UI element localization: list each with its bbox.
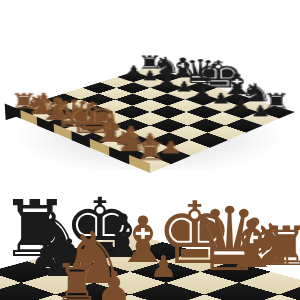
black-pawn[interactable]: ♟ — [193, 85, 213, 99]
closeup-walnut-pawn: ♟ — [96, 266, 132, 300]
chess-set-render: ♜♞♝♛♚♝♞♜♟♟♟♟♟♟♟♟♟♟♟♟♟♟♟♟♜♞♝♛♚♝♞♜ ♜♞♟♟♚♝♝… — [0, 0, 300, 300]
black-pawn[interactable]: ♟ — [157, 74, 176, 88]
black-pawn[interactable]: ♟ — [175, 79, 194, 93]
black-pawn[interactable]: ♟ — [230, 97, 250, 112]
black-pawn[interactable]: ♟ — [250, 103, 271, 118]
scene-full-board: ♜♞♝♛♚♝♞♜♟♟♟♟♟♟♟♟♟♟♟♟♟♟♟♟♜♞♝♛♚♝♞♜ — [0, 0, 300, 172]
closeup-walnut-rook: ♜ — [54, 258, 99, 300]
black-pawn[interactable]: ♟ — [211, 91, 231, 106]
closeup-walnut-rook: ♜ — [262, 220, 300, 274]
black-pawn[interactable]: ♟ — [141, 69, 159, 83]
